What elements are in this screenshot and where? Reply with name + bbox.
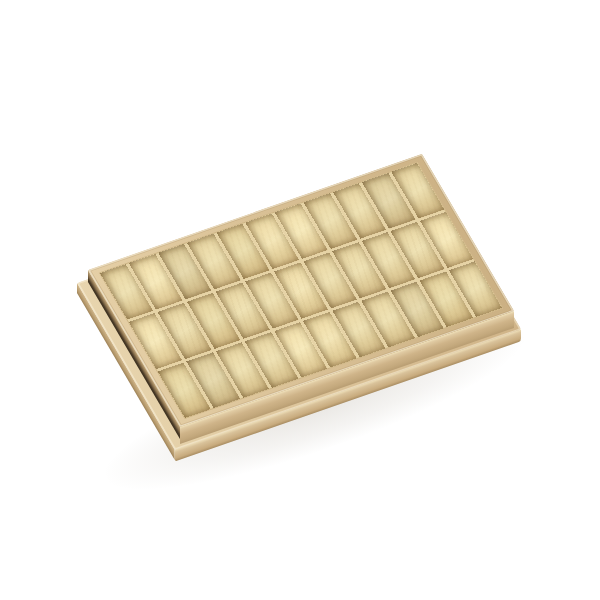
product-photo-wooden-sorting-tray	[0, 0, 600, 600]
